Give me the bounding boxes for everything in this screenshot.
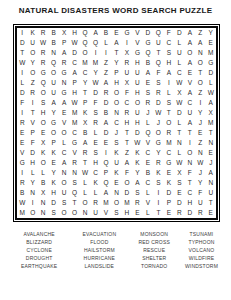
grid-cell-r5c13[interactable]: A — [143, 68, 153, 78]
grid-cell-r10c17[interactable]: A — [185, 118, 195, 128]
grid-cell-r7c6[interactable]: H — [69, 88, 79, 98]
grid-cell-r5c2[interactable]: O — [27, 68, 37, 78]
grid-cell-r1c4[interactable]: B — [48, 28, 58, 38]
grid-cell-r16c19[interactable]: N — [206, 178, 216, 188]
grid-cell-r1c7[interactable]: Q — [80, 28, 90, 38]
grid-cell-r18c16[interactable]: D — [174, 198, 184, 208]
grid-cell-r14c6[interactable]: R — [69, 158, 79, 168]
grid-cell-r10c19[interactable]: M — [206, 118, 216, 128]
grid-cell-r19c7[interactable]: N — [80, 208, 90, 218]
grid-cell-r12c15[interactable]: M — [164, 138, 174, 148]
grid-cell-r19c14[interactable]: T — [153, 208, 163, 218]
grid-cell-r1c6[interactable]: H — [69, 28, 79, 38]
grid-cell-r12c12[interactable]: W — [132, 138, 142, 148]
grid-cell-r9c9[interactable]: B — [101, 108, 111, 118]
grid-cell-r8c7[interactable]: P — [80, 98, 90, 108]
grid-cell-r12c8[interactable]: E — [90, 138, 100, 148]
grid-cell-r15c4[interactable]: Y — [48, 168, 58, 178]
grid-cell-r3c9[interactable]: I — [101, 48, 111, 58]
grid-cell-r14c12[interactable]: K — [132, 158, 142, 168]
grid-cell-r8c3[interactable]: S — [38, 98, 48, 108]
grid-cell-r15c2[interactable]: L — [27, 168, 37, 178]
grid-cell-r12c3[interactable]: X — [38, 138, 48, 148]
grid-cell-r3c10[interactable]: T — [111, 48, 121, 58]
grid-cell-r13c16[interactable]: L — [174, 148, 184, 158]
grid-cell-r3c11[interactable]: X — [122, 48, 132, 58]
grid-cell-r16c17[interactable]: T — [185, 178, 195, 188]
grid-cell-r16c9[interactable]: Q — [101, 178, 111, 188]
grid-cell-r7c4[interactable]: U — [48, 88, 58, 98]
grid-cell-r14c2[interactable]: H — [27, 158, 37, 168]
grid-cell-r8c6[interactable]: W — [69, 98, 79, 108]
grid-cell-r18c11[interactable]: M — [122, 198, 132, 208]
grid-cell-r13c17[interactable]: O — [185, 148, 195, 158]
grid-cell-r15c6[interactable]: N — [69, 168, 79, 178]
grid-cell-r15c18[interactable]: J — [195, 168, 205, 178]
grid-cell-r17c17[interactable]: C — [185, 188, 195, 198]
grid-cell-r3c2[interactable]: O — [27, 48, 37, 58]
grid-cell-r9c17[interactable]: U — [185, 108, 195, 118]
grid-cell-r17c18[interactable]: F — [195, 188, 205, 198]
grid-cell-r18c9[interactable]: M — [101, 198, 111, 208]
grid-cell-r6c4[interactable]: U — [48, 78, 58, 88]
grid-cell-r19c3[interactable]: N — [38, 208, 48, 218]
grid-cell-r16c11[interactable]: O — [122, 178, 132, 188]
grid-cell-r14c19[interactable]: J — [206, 158, 216, 168]
grid-cell-r18c7[interactable]: O — [80, 198, 90, 208]
grid-cell-r5c11[interactable]: U — [122, 68, 132, 78]
grid-cell-r9c18[interactable]: Y — [195, 108, 205, 118]
grid-cell-r15c11[interactable]: F — [122, 168, 132, 178]
grid-cell-r16c13[interactable]: C — [143, 178, 153, 188]
grid-cell-r15c17[interactable]: F — [185, 168, 195, 178]
grid-cell-r11c4[interactable]: O — [48, 128, 58, 138]
grid-cell-r12c17[interactable]: I — [185, 138, 195, 148]
grid-cell-r5c15[interactable]: A — [164, 68, 174, 78]
grid-cell-r2c15[interactable]: C — [164, 38, 174, 48]
grid-cell-r19c12[interactable]: E — [132, 208, 142, 218]
grid-cell-r2c17[interactable]: A — [185, 38, 195, 48]
grid-cell-r14c3[interactable]: O — [38, 158, 48, 168]
grid-cell-r3c13[interactable]: Q — [143, 48, 153, 58]
grid-cell-r11c6[interactable]: C — [69, 128, 79, 138]
grid-cell-r15c19[interactable]: A — [206, 168, 216, 178]
grid-cell-r10c10[interactable]: C — [111, 118, 121, 128]
grid-cell-r11c19[interactable]: T — [206, 128, 216, 138]
grid-cell-r1c9[interactable]: B — [101, 28, 111, 38]
grid-cell-r5c4[interactable]: O — [48, 68, 58, 78]
grid-cell-r6c10[interactable]: H — [111, 78, 121, 88]
grid-cell-r2c16[interactable]: L — [174, 38, 184, 48]
grid-cell-r14c9[interactable]: Q — [101, 158, 111, 168]
grid-cell-r7c16[interactable]: X — [174, 88, 184, 98]
grid-cell-r16c15[interactable]: K — [164, 178, 174, 188]
grid-cell-r13c15[interactable]: C — [164, 148, 174, 158]
grid-cell-r10c16[interactable]: L — [174, 118, 184, 128]
grid-cell-r6c13[interactable]: E — [143, 78, 153, 88]
grid-cell-r11c11[interactable]: T — [122, 128, 132, 138]
grid-cell-r1c19[interactable]: Y — [206, 28, 216, 38]
grid-cell-r19c5[interactable]: O — [59, 208, 69, 218]
grid-cell-r7c7[interactable]: T — [80, 88, 90, 98]
grid-cell-r2c6[interactable]: W — [69, 38, 79, 48]
grid-cell-r7c10[interactable]: O — [111, 88, 121, 98]
grid-cell-r2c3[interactable]: W — [38, 38, 48, 48]
grid-cell-r18c13[interactable]: V — [143, 198, 153, 208]
grid-cell-r8c15[interactable]: S — [164, 98, 174, 108]
grid-cell-r6c9[interactable]: A — [101, 78, 111, 88]
grid-cell-r4c13[interactable]: B — [143, 58, 153, 68]
grid-cell-r11c13[interactable]: Q — [143, 128, 153, 138]
grid-cell-r8c19[interactable]: A — [206, 98, 216, 108]
grid-cell-r19c11[interactable]: H — [122, 208, 132, 218]
grid-cell-r8c8[interactable]: F — [90, 98, 100, 108]
grid-cell-r2c2[interactable]: U — [27, 38, 37, 48]
grid-cell-r10c7[interactable]: X — [80, 118, 90, 128]
grid-cell-r1c11[interactable]: G — [122, 28, 132, 38]
grid-cell-r2c7[interactable]: Q — [80, 38, 90, 48]
grid-cell-r19c4[interactable]: S — [48, 208, 58, 218]
grid-cell-r2c18[interactable]: A — [195, 38, 205, 48]
grid-cell-r19c19[interactable]: E — [206, 208, 216, 218]
grid-cell-r11c9[interactable]: D — [101, 128, 111, 138]
grid-cell-r1c1[interactable]: I — [17, 28, 27, 38]
grid-cell-r11c3[interactable]: E — [38, 128, 48, 138]
grid-cell-r4c11[interactable]: R — [122, 58, 132, 68]
grid-cell-r16c14[interactable]: S — [153, 178, 163, 188]
grid-cell-r19c16[interactable]: R — [174, 208, 184, 218]
grid-cell-r12c19[interactable]: N — [206, 138, 216, 148]
grid-cell-r14c4[interactable]: E — [48, 158, 58, 168]
grid-cell-r17c6[interactable]: Q — [69, 188, 79, 198]
grid-cell-r8c11[interactable]: C — [122, 98, 132, 108]
grid-cell-r14c5[interactable]: A — [59, 158, 69, 168]
grid-cell-r15c13[interactable]: B — [143, 168, 153, 178]
grid-cell-r17c11[interactable]: D — [122, 188, 132, 198]
grid-cell-r17c4[interactable]: H — [48, 188, 58, 198]
grid-cell-r4c19[interactable]: G — [206, 58, 216, 68]
grid-cell-r1c17[interactable]: A — [185, 28, 195, 38]
grid-cell-r3c17[interactable]: O — [185, 48, 195, 58]
grid-cell-r4c6[interactable]: C — [69, 58, 79, 68]
grid-cell-r2c1[interactable]: D — [17, 38, 27, 48]
grid-cell-r12c9[interactable]: E — [101, 138, 111, 148]
grid-cell-r10c2[interactable]: V — [27, 118, 37, 128]
grid-cell-r7c2[interactable]: R — [27, 88, 37, 98]
grid-cell-r2c12[interactable]: V — [132, 38, 142, 48]
grid-cell-r8c16[interactable]: W — [174, 98, 184, 108]
grid-cell-r5c9[interactable]: Z — [101, 68, 111, 78]
grid-cell-r18c4[interactable]: D — [48, 198, 58, 208]
grid-cell-r1c13[interactable]: D — [143, 28, 153, 38]
grid-cell-r12c7[interactable]: A — [80, 138, 90, 148]
grid-cell-r14c8[interactable]: H — [90, 158, 100, 168]
grid-cell-r16c7[interactable]: L — [80, 178, 90, 188]
grid-cell-r11c14[interactable]: O — [153, 128, 163, 138]
grid-cell-r8c1[interactable]: F — [17, 98, 27, 108]
grid-cell-r15c8[interactable]: C — [90, 168, 100, 178]
grid-cell-r3c5[interactable]: A — [59, 48, 69, 58]
grid-cell-r18c12[interactable]: R — [132, 198, 142, 208]
grid-cell-r6c5[interactable]: N — [59, 78, 69, 88]
grid-cell-r13c9[interactable]: I — [101, 148, 111, 158]
grid-cell-r10c3[interactable]: O — [38, 118, 48, 128]
grid-cell-r13c4[interactable]: K — [48, 148, 58, 158]
grid-cell-r9c12[interactable]: U — [132, 108, 142, 118]
grid-cell-r4c14[interactable]: Q — [153, 58, 163, 68]
grid-cell-r12c2[interactable]: F — [27, 138, 37, 148]
grid-cell-r3c4[interactable]: N — [48, 48, 58, 58]
grid-cell-r5c7[interactable]: C — [80, 68, 90, 78]
grid-cell-r7c9[interactable]: R — [101, 88, 111, 98]
grid-cell-r6c19[interactable]: L — [206, 78, 216, 88]
grid-cell-r13c12[interactable]: K — [132, 148, 142, 158]
grid-cell-r18c17[interactable]: H — [185, 198, 195, 208]
grid-cell-r15c16[interactable]: X — [174, 168, 184, 178]
grid-cell-r9c19[interactable]: X — [206, 108, 216, 118]
grid-cell-r2c4[interactable]: B — [48, 38, 58, 48]
grid-cell-r18c18[interactable]: U — [195, 198, 205, 208]
grid-cell-r4c1[interactable]: W — [17, 58, 27, 68]
grid-cell-r4c16[interactable]: L — [174, 58, 184, 68]
grid-cell-r7c19[interactable]: W — [206, 88, 216, 98]
grid-cell-r11c8[interactable]: L — [90, 128, 100, 138]
grid-cell-r8c12[interactable]: O — [132, 98, 142, 108]
grid-cell-r5c10[interactable]: P — [111, 68, 121, 78]
grid-cell-r17c16[interactable]: E — [174, 188, 184, 198]
grid-cell-r6c7[interactable]: Y — [80, 78, 90, 88]
grid-cell-r2c10[interactable]: A — [111, 38, 121, 48]
grid-cell-r17c12[interactable]: S — [132, 188, 142, 198]
grid-cell-r13c6[interactable]: V — [69, 148, 79, 158]
grid-cell-r5c18[interactable]: T — [195, 68, 205, 78]
grid-cell-r12c5[interactable]: L — [59, 138, 69, 148]
grid-cell-r3c7[interactable]: O — [80, 48, 90, 58]
grid-cell-r14c7[interactable]: T — [80, 158, 90, 168]
grid-cell-r3c15[interactable]: S — [164, 48, 174, 58]
grid-cell-r15c3[interactable]: L — [38, 168, 48, 178]
grid-cell-r16c12[interactable]: A — [132, 178, 142, 188]
grid-cell-r12c6[interactable]: G — [69, 138, 79, 148]
grid-cell-r13c8[interactable]: S — [90, 148, 100, 158]
grid-cell-r3c3[interactable]: R — [38, 48, 48, 58]
grid-cell-r5c19[interactable]: D — [206, 68, 216, 78]
grid-cell-r12c11[interactable]: T — [122, 138, 132, 148]
grid-cell-r17c10[interactable]: N — [111, 188, 121, 198]
grid-cell-r1c14[interactable]: Q — [153, 28, 163, 38]
grid-cell-r18c1[interactable]: W — [17, 198, 27, 208]
grid-cell-r10c15[interactable]: O — [164, 118, 174, 128]
grid-cell-r12c1[interactable]: E — [17, 138, 27, 148]
grid-cell-r5c12[interactable]: U — [132, 68, 142, 78]
grid-cell-r11c1[interactable]: E — [17, 128, 27, 138]
grid-cell-r17c8[interactable]: L — [90, 188, 100, 198]
grid-cell-r16c16[interactable]: S — [174, 178, 184, 188]
grid-cell-r2c8[interactable]: Q — [90, 38, 100, 48]
grid-cell-r6c11[interactable]: X — [122, 78, 132, 88]
grid-cell-r14c17[interactable]: N — [185, 158, 195, 168]
grid-cell-r5c8[interactable]: Y — [90, 68, 100, 78]
grid-cell-r13c3[interactable]: K — [38, 148, 48, 158]
grid-cell-r4c8[interactable]: M — [90, 58, 100, 68]
grid-cell-r9c15[interactable]: T — [164, 108, 174, 118]
grid-cell-r19c18[interactable]: R — [195, 208, 205, 218]
grid-cell-r4c12[interactable]: H — [132, 58, 142, 68]
grid-cell-r7c5[interactable]: G — [59, 88, 69, 98]
grid-cell-r19c15[interactable]: E — [164, 208, 174, 218]
grid-cell-r2c13[interactable]: G — [143, 38, 153, 48]
grid-cell-r2c11[interactable]: I — [122, 38, 132, 48]
grid-cell-r6c3[interactable]: Q — [38, 78, 48, 88]
grid-cell-r5c1[interactable]: I — [17, 68, 27, 78]
grid-cell-r17c14[interactable]: I — [153, 188, 163, 198]
grid-cell-r19c2[interactable]: O — [27, 208, 37, 218]
grid-cell-r4c5[interactable]: R — [59, 58, 69, 68]
grid-cell-r4c10[interactable]: Y — [111, 58, 121, 68]
grid-cell-r10c9[interactable]: A — [101, 118, 111, 128]
grid-cell-r17c3[interactable]: X — [38, 188, 48, 198]
grid-cell-r17c1[interactable]: B — [17, 188, 27, 198]
grid-cell-r18c3[interactable]: N — [38, 198, 48, 208]
grid-cell-r6c14[interactable]: S — [153, 78, 163, 88]
grid-cell-r13c5[interactable]: C — [59, 148, 69, 158]
grid-cell-r5c5[interactable]: G — [59, 68, 69, 78]
grid-cell-r4c7[interactable]: M — [80, 58, 90, 68]
grid-cell-r1c8[interactable]: A — [90, 28, 100, 38]
grid-cell-r11c17[interactable]: T — [185, 128, 195, 138]
grid-cell-r1c3[interactable]: R — [38, 28, 48, 38]
grid-cell-r16c5[interactable]: O — [59, 178, 69, 188]
grid-cell-r11c2[interactable]: P — [27, 128, 37, 138]
grid-cell-r4c18[interactable]: O — [195, 58, 205, 68]
grid-cell-r7c14[interactable]: R — [153, 88, 163, 98]
grid-cell-r16c8[interactable]: K — [90, 178, 100, 188]
grid-cell-r11c18[interactable]: E — [195, 128, 205, 138]
grid-cell-r14c15[interactable]: G — [164, 158, 174, 168]
grid-cell-r5c6[interactable]: A — [69, 68, 79, 78]
grid-cell-r14c1[interactable]: G — [17, 158, 27, 168]
grid-cell-r16c1[interactable]: R — [17, 178, 27, 188]
grid-cell-r12c14[interactable]: G — [153, 138, 163, 148]
grid-cell-r4c3[interactable]: R — [38, 58, 48, 68]
grid-cell-r8c14[interactable]: D — [153, 98, 163, 108]
grid-cell-r15c14[interactable]: K — [153, 168, 163, 178]
grid-cell-r9c5[interactable]: E — [59, 108, 69, 118]
grid-cell-r7c12[interactable]: H — [132, 88, 142, 98]
grid-cell-r14c10[interactable]: U — [111, 158, 121, 168]
grid-cell-r17c5[interactable]: U — [59, 188, 69, 198]
grid-cell-r3c14[interactable]: T — [153, 48, 163, 58]
grid-cell-r14c11[interactable]: A — [122, 158, 132, 168]
grid-cell-r3c16[interactable]: U — [174, 48, 184, 58]
grid-cell-r18c5[interactable]: S — [59, 198, 69, 208]
grid-cell-r15c5[interactable]: N — [59, 168, 69, 178]
grid-cell-r16c4[interactable]: K — [48, 178, 58, 188]
grid-cell-r18c6[interactable]: T — [69, 198, 79, 208]
grid-cell-r13c14[interactable]: Y — [153, 148, 163, 158]
grid-cell-r8c13[interactable]: R — [143, 98, 153, 108]
grid-cell-r14c13[interactable]: E — [143, 158, 153, 168]
grid-cell-r4c9[interactable]: Z — [101, 58, 111, 68]
grid-cell-r12c4[interactable]: P — [48, 138, 58, 148]
grid-cell-r3c8[interactable]: I — [90, 48, 100, 58]
grid-cell-r13c18[interactable]: N — [195, 148, 205, 158]
grid-cell-r10c8[interactable]: R — [90, 118, 100, 128]
grid-cell-r3c6[interactable]: D — [69, 48, 79, 58]
grid-cell-r9c3[interactable]: H — [38, 108, 48, 118]
grid-cell-r14c14[interactable]: R — [153, 158, 163, 168]
grid-cell-r2c19[interactable]: E — [206, 38, 216, 48]
grid-cell-r1c16[interactable]: D — [174, 28, 184, 38]
grid-cell-r19c10[interactable]: S — [111, 208, 121, 218]
grid-cell-r10c18[interactable]: J — [195, 118, 205, 128]
grid-cell-r1c12[interactable]: V — [132, 28, 142, 38]
grid-cell-r15c7[interactable]: W — [80, 168, 90, 178]
grid-cell-r7c17[interactable]: A — [185, 88, 195, 98]
grid-cell-r15c15[interactable]: E — [164, 168, 174, 178]
grid-cell-r13c2[interactable]: D — [27, 148, 37, 158]
grid-cell-r17c2[interactable]: N — [27, 188, 37, 198]
grid-cell-r18c14[interactable]: I — [153, 198, 163, 208]
grid-cell-r1c5[interactable]: X — [59, 28, 69, 38]
grid-cell-r7c15[interactable]: L — [164, 88, 174, 98]
grid-cell-r7c3[interactable]: O — [38, 88, 48, 98]
grid-cell-r6c6[interactable]: P — [69, 78, 79, 88]
grid-cell-r8c9[interactable]: D — [101, 98, 111, 108]
grid-cell-r6c18[interactable]: O — [195, 78, 205, 88]
grid-cell-r7c11[interactable]: F — [122, 88, 132, 98]
grid-cell-r3c12[interactable]: G — [132, 48, 142, 58]
grid-cell-r1c2[interactable]: K — [27, 28, 37, 38]
grid-cell-r10c14[interactable]: J — [153, 118, 163, 128]
grid-cell-r18c2[interactable]: I — [27, 198, 37, 208]
grid-cell-r3c19[interactable]: M — [206, 48, 216, 58]
grid-cell-r14c16[interactable]: W — [174, 158, 184, 168]
grid-cell-r5c16[interactable]: C — [174, 68, 184, 78]
grid-cell-r4c15[interactable]: H — [164, 58, 174, 68]
grid-cell-r10c11[interactable]: H — [122, 118, 132, 128]
grid-cell-r6c8[interactable]: W — [90, 78, 100, 88]
grid-cell-r4c2[interactable]: Y — [27, 58, 37, 68]
grid-cell-r12c13[interactable]: V — [143, 138, 153, 148]
grid-cell-r4c4[interactable]: Q — [48, 58, 58, 68]
grid-cell-r1c10[interactable]: E — [111, 28, 121, 38]
grid-cell-r2c5[interactable]: P — [59, 38, 69, 48]
grid-cell-r6c17[interactable]: V — [185, 78, 195, 88]
grid-cell-r16c2[interactable]: Y — [27, 178, 37, 188]
grid-cell-r7c1[interactable]: D — [17, 88, 27, 98]
grid-cell-r11c7[interactable]: B — [80, 128, 90, 138]
grid-cell-r15c9[interactable]: P — [101, 168, 111, 178]
grid-cell-r17c15[interactable]: D — [164, 188, 174, 198]
grid-cell-r11c16[interactable]: T — [174, 128, 184, 138]
grid-cell-r2c9[interactable]: L — [101, 38, 111, 48]
grid-cell-r1c15[interactable]: F — [164, 28, 174, 38]
grid-cell-r7c13[interactable]: S — [143, 88, 153, 98]
grid-cell-r9c6[interactable]: M — [69, 108, 79, 118]
grid-cell-r16c18[interactable]: Y — [195, 178, 205, 188]
grid-cell-r11c12[interactable]: D — [132, 128, 142, 138]
grid-cell-r8c5[interactable]: A — [59, 98, 69, 108]
grid-cell-r19c17[interactable]: D — [185, 208, 195, 218]
grid-cell-r6c15[interactable]: I — [164, 78, 174, 88]
grid-cell-r10c4[interactable]: G — [48, 118, 58, 128]
grid-cell-r9c2[interactable]: T — [27, 108, 37, 118]
grid-cell-r13c13[interactable]: C — [143, 148, 153, 158]
grid-cell-r9c8[interactable]: S — [90, 108, 100, 118]
grid-cell-r18c15[interactable]: P — [164, 198, 174, 208]
grid-cell-r19c6[interactable]: O — [69, 208, 79, 218]
